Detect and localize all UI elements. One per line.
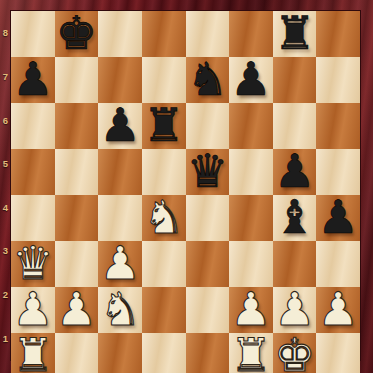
square-e7[interactable]: ♞ [186,57,230,103]
square-d1[interactable] [142,333,186,373]
piece-bB-g4[interactable]: ♝ [274,194,315,240]
rank-label-3: 3 [0,229,11,273]
square-a8[interactable] [11,11,55,57]
square-a2[interactable]: ♟ [11,287,55,333]
square-f1[interactable]: ♜ [229,333,273,373]
piece-wP-b2[interactable]: ♟ [56,286,97,332]
square-c3[interactable]: ♟ [98,241,142,287]
square-b1[interactable] [55,333,99,373]
square-a7[interactable]: ♟ [11,57,55,103]
piece-wP-h2[interactable]: ♟ [318,286,359,332]
piece-bR-d6[interactable]: ♜ [143,102,184,148]
piece-wP-f2[interactable]: ♟ [230,286,271,332]
chessboard-frame: 87654321 ABCDEFGH ♚♜♟♞♟♟♜♛♟♞♝♟♛♟♟♟♞♟♟♟♜♜… [0,0,373,373]
square-e5[interactable]: ♛ [186,149,230,195]
square-g1[interactable]: ♚ [273,333,317,373]
square-f8[interactable] [229,11,273,57]
piece-wR-f1[interactable]: ♜ [230,332,271,373]
square-c5[interactable] [98,149,142,195]
square-a1[interactable]: ♜ [11,333,55,373]
piece-wN-d4[interactable]: ♞ [143,194,184,240]
piece-wK-g1[interactable]: ♚ [274,332,315,373]
square-h5[interactable] [316,149,360,195]
square-f6[interactable] [229,103,273,149]
rank-label-7: 7 [0,55,11,99]
square-g4[interactable]: ♝ [273,195,317,241]
piece-bK-b8[interactable]: ♚ [56,10,97,56]
square-d4[interactable]: ♞ [142,195,186,241]
square-c1[interactable] [98,333,142,373]
square-e1[interactable] [186,333,230,373]
square-h7[interactable] [316,57,360,103]
square-e8[interactable] [186,11,230,57]
chessboard: ♚♜♟♞♟♟♜♛♟♞♝♟♛♟♟♟♞♟♟♟♜♜♚ [11,11,360,360]
square-g6[interactable] [273,103,317,149]
square-g5[interactable]: ♟ [273,149,317,195]
square-b7[interactable] [55,57,99,103]
square-b2[interactable]: ♟ [55,287,99,333]
square-d8[interactable] [142,11,186,57]
piece-bP-h4[interactable]: ♟ [318,194,359,240]
square-b4[interactable] [55,195,99,241]
rank-label-6: 6 [0,98,11,142]
piece-bQ-e5[interactable]: ♛ [187,148,228,194]
piece-bN-e7[interactable]: ♞ [187,56,228,102]
square-f4[interactable] [229,195,273,241]
piece-wR-a1[interactable]: ♜ [12,332,53,373]
square-d3[interactable] [142,241,186,287]
square-f2[interactable]: ♟ [229,287,273,333]
square-b3[interactable] [55,241,99,287]
piece-bP-c6[interactable]: ♟ [99,102,140,148]
square-a4[interactable] [11,195,55,241]
piece-wP-a2[interactable]: ♟ [12,286,53,332]
square-f3[interactable] [229,241,273,287]
square-c8[interactable] [98,11,142,57]
square-h4[interactable]: ♟ [316,195,360,241]
piece-wQ-a3[interactable]: ♛ [12,240,53,286]
square-b6[interactable] [55,103,99,149]
rank-labels: 87654321 [0,11,11,360]
square-d6[interactable]: ♜ [142,103,186,149]
square-a5[interactable] [11,149,55,195]
square-d7[interactable] [142,57,186,103]
square-d2[interactable] [142,287,186,333]
piece-bP-a7[interactable]: ♟ [12,56,53,102]
piece-bP-f7[interactable]: ♟ [230,56,271,102]
square-e4[interactable] [186,195,230,241]
rank-label-2: 2 [0,273,11,317]
square-c6[interactable]: ♟ [98,103,142,149]
square-e2[interactable] [186,287,230,333]
square-g2[interactable]: ♟ [273,287,317,333]
square-a3[interactable]: ♛ [11,241,55,287]
rank-label-8: 8 [0,11,11,55]
square-h2[interactable]: ♟ [316,287,360,333]
square-h8[interactable] [316,11,360,57]
square-g7[interactable] [273,57,317,103]
square-b5[interactable] [55,149,99,195]
square-d5[interactable] [142,149,186,195]
rank-label-1: 1 [0,316,11,360]
rank-label-4: 4 [0,186,11,230]
piece-wP-c3[interactable]: ♟ [99,240,140,286]
piece-bP-g5[interactable]: ♟ [274,148,315,194]
square-g3[interactable] [273,241,317,287]
square-c7[interactable] [98,57,142,103]
piece-bR-g8[interactable]: ♜ [274,10,315,56]
square-h6[interactable] [316,103,360,149]
square-b8[interactable]: ♚ [55,11,99,57]
piece-wP-g2[interactable]: ♟ [274,286,315,332]
square-e3[interactable] [186,241,230,287]
square-f7[interactable]: ♟ [229,57,273,103]
square-c2[interactable]: ♞ [98,287,142,333]
square-e6[interactable] [186,103,230,149]
rank-label-5: 5 [0,142,11,186]
piece-wN-c2[interactable]: ♞ [99,286,140,332]
square-h1[interactable] [316,333,360,373]
square-a6[interactable] [11,103,55,149]
square-f5[interactable] [229,149,273,195]
square-h3[interactable] [316,241,360,287]
square-g8[interactable]: ♜ [273,11,317,57]
square-c4[interactable] [98,195,142,241]
